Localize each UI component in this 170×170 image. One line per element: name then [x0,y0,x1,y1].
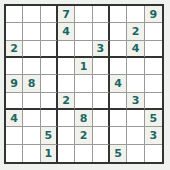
sudoku-cell-r4c8[interactable] [127,58,144,75]
sudoku-cell-r6c5[interactable] [75,93,92,110]
sudoku-cell-r2c6[interactable] [93,23,110,40]
sudoku-cell-r6c7[interactable] [110,93,127,110]
sudoku-cell-r9c3: 1 [41,145,58,162]
sudoku-cell-r3c9[interactable] [145,41,162,58]
sudoku-cell-r8c1[interactable] [6,127,23,144]
sudoku-cell-r2c1[interactable] [6,23,23,40]
sudoku-cell-r5c9[interactable] [145,75,162,92]
sudoku-cell-r6c3[interactable] [41,93,58,110]
sudoku-cell-r5c5[interactable] [75,75,92,92]
sudoku-cell-r6c8: 3 [127,93,144,110]
sudoku-cell-r5c4[interactable] [58,75,75,92]
sudoku-cell-r8c2[interactable] [23,127,40,144]
sudoku-cell-r7c1: 4 [6,110,23,127]
sudoku-cell-r3c4[interactable] [58,41,75,58]
sudoku-cell-r7c8[interactable] [127,110,144,127]
sudoku-cell-r2c8: 2 [127,23,144,40]
sudoku-cell-r9c1[interactable] [6,145,23,162]
sudoku-cell-r1c5[interactable] [75,6,92,23]
sudoku-cell-r4c9[interactable] [145,58,162,75]
sudoku-cell-r8c6[interactable] [93,127,110,144]
sudoku-cell-r8c4[interactable] [58,127,75,144]
sudoku-cell-r6c4: 2 [58,93,75,110]
sudoku-cell-r9c6[interactable] [93,145,110,162]
sudoku-cell-r4c2[interactable] [23,58,40,75]
sudoku-cell-r2c5[interactable] [75,23,92,40]
sudoku-cell-r4c4[interactable] [58,58,75,75]
sudoku-cell-r8c7[interactable] [110,127,127,144]
sudoku-cell-r6c1[interactable] [6,93,23,110]
sudoku-cell-r7c6[interactable] [93,110,110,127]
sudoku-cell-r6c9[interactable] [145,93,162,110]
sudoku-cell-r8c3: 5 [41,127,58,144]
sudoku-cell-r7c3[interactable] [41,110,58,127]
sudoku-cell-r8c9: 3 [145,127,162,144]
sudoku-cell-r5c6[interactable] [93,75,110,92]
sudoku-cell-r5c7: 4 [110,75,127,92]
sudoku-cell-r6c2[interactable] [23,93,40,110]
sudoku-cell-r3c1: 2 [6,41,23,58]
sudoku-cell-r7c9: 5 [145,110,162,127]
sudoku-cell-r1c9: 9 [145,6,162,23]
sudoku-cell-r5c8[interactable] [127,75,144,92]
sudoku-cell-r3c3[interactable] [41,41,58,58]
sudoku-board: 794223419842348552315 [4,4,164,164]
sudoku-cell-r4c7[interactable] [110,58,127,75]
sudoku-cell-r1c6[interactable] [93,6,110,23]
sudoku-cell-r1c1[interactable] [6,6,23,23]
sudoku-cell-r9c2[interactable] [23,145,40,162]
sudoku-cell-r5c2: 8 [23,75,40,92]
sudoku-cell-r2c9[interactable] [145,23,162,40]
sudoku-cell-r7c2[interactable] [23,110,40,127]
sudoku-cell-r1c3[interactable] [41,6,58,23]
sudoku-cell-r1c4: 7 [58,6,75,23]
sudoku-cell-r2c2[interactable] [23,23,40,40]
sudoku-cell-r9c4[interactable] [58,145,75,162]
sudoku-cell-r1c2[interactable] [23,6,40,23]
sudoku-cell-r8c5: 2 [75,127,92,144]
sudoku-cell-r4c6[interactable] [93,58,110,75]
sudoku-cell-r9c7: 5 [110,145,127,162]
sudoku-cell-r2c4: 4 [58,23,75,40]
sudoku-cell-r8c8[interactable] [127,127,144,144]
sudoku-cell-r5c3[interactable] [41,75,58,92]
sudoku-cell-r9c5[interactable] [75,145,92,162]
sudoku-cell-r1c7[interactable] [110,6,127,23]
sudoku-cell-r3c7[interactable] [110,41,127,58]
sudoku-cell-r7c5: 8 [75,110,92,127]
sudoku-cell-r5c1: 9 [6,75,23,92]
sudoku-cell-r2c7[interactable] [110,23,127,40]
sudoku-cell-r6c6[interactable] [93,93,110,110]
sudoku-cell-r9c8[interactable] [127,145,144,162]
sudoku-cell-r4c5: 1 [75,58,92,75]
sudoku-board-container: 794223419842348552315 [4,4,164,164]
sudoku-cell-r1c8[interactable] [127,6,144,23]
sudoku-cell-r7c4[interactable] [58,110,75,127]
sudoku-cell-r3c6: 3 [93,41,110,58]
sudoku-cell-r7c7[interactable] [110,110,127,127]
sudoku-cell-r9c9[interactable] [145,145,162,162]
sudoku-cell-r4c3[interactable] [41,58,58,75]
sudoku-cell-r4c1[interactable] [6,58,23,75]
sudoku-cell-r2c3[interactable] [41,23,58,40]
sudoku-cell-r3c5[interactable] [75,41,92,58]
sudoku-cell-r3c2[interactable] [23,41,40,58]
sudoku-cell-r3c8: 4 [127,41,144,58]
